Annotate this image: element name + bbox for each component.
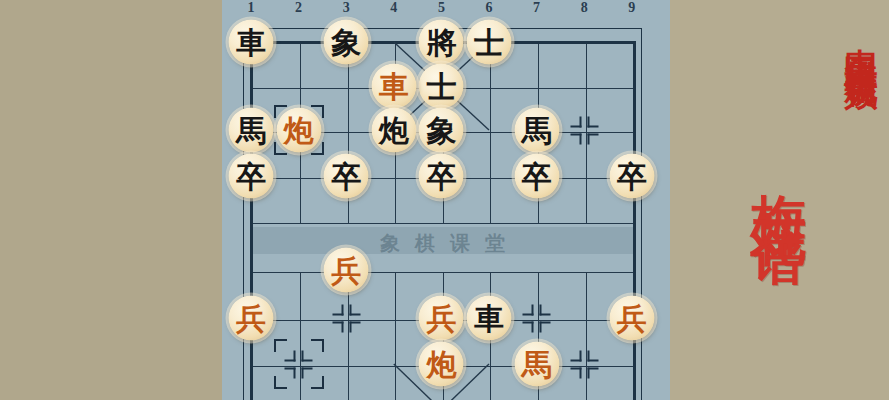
piece-black-soldier[interactable]: 卒: [324, 154, 369, 199]
point-marker: [333, 305, 360, 332]
column-label: 5: [438, 1, 445, 15]
piece-black-soldier[interactable]: 卒: [609, 154, 654, 199]
piece-red-cannon[interactable]: 炮: [276, 108, 321, 153]
piece-red-soldier[interactable]: 兵: [324, 248, 369, 293]
piece-black-soldier[interactable]: 卒: [514, 154, 559, 199]
piece-red-soldier[interactable]: 兵: [419, 296, 464, 341]
column-label: 6: [486, 1, 493, 15]
manual-title: 梅花谱: [751, 150, 806, 201]
xiangqi-board: 象棋课堂 123456789車象將士士車馬炮炮象馬卒卒卒卒卒兵兵兵車兵炮馬: [222, 0, 670, 400]
channel-subtitle: 中国象棋古谱视频: [844, 22, 877, 54]
piece-red-cannon[interactable]: 炮: [419, 342, 464, 387]
left-margin: [0, 0, 222, 400]
piece-black-advisor[interactable]: 士: [419, 64, 464, 109]
piece-black-advisor[interactable]: 士: [467, 20, 512, 65]
point-marker: [571, 117, 598, 144]
right-panel: 中国象棋古谱视频 梅花谱: [670, 0, 889, 400]
piece-red-soldier[interactable]: 兵: [229, 296, 274, 341]
column-label: 3: [343, 1, 350, 15]
column-label: 9: [628, 1, 635, 15]
piece-black-general[interactable]: 將: [419, 20, 464, 65]
point-marker: [523, 305, 550, 332]
video-frame: 象棋课堂 123456789車象將士士車馬炮炮象馬卒卒卒卒卒兵兵兵車兵炮馬 中国…: [0, 0, 889, 400]
column-label: 4: [390, 1, 397, 15]
piece-red-chariot[interactable]: 車: [371, 64, 416, 109]
column-label: 8: [581, 1, 588, 15]
column-label: 1: [248, 1, 255, 15]
piece-black-cannon[interactable]: 炮: [371, 108, 416, 153]
river-watermark: 象棋课堂: [252, 230, 633, 257]
point-marker: [571, 351, 598, 378]
piece-black-elephant[interactable]: 象: [419, 108, 464, 153]
piece-black-chariot[interactable]: 車: [229, 20, 274, 65]
piece-black-chariot[interactable]: 車: [467, 296, 512, 341]
piece-red-horse[interactable]: 馬: [514, 342, 559, 387]
piece-black-elephant[interactable]: 象: [324, 20, 369, 65]
piece-black-soldier[interactable]: 卒: [419, 154, 464, 199]
piece-black-horse[interactable]: 馬: [514, 108, 559, 153]
piece-red-soldier[interactable]: 兵: [609, 296, 654, 341]
column-label: 7: [533, 1, 540, 15]
column-label: 2: [295, 1, 302, 15]
piece-black-horse[interactable]: 馬: [229, 108, 274, 153]
piece-black-soldier[interactable]: 卒: [229, 154, 274, 199]
last-move-marker: [274, 339, 324, 389]
